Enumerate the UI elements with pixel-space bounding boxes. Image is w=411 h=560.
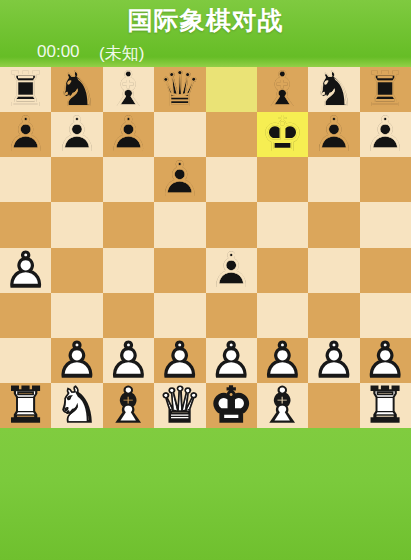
white-pawn: ♟♙	[154, 338, 205, 383]
white-rook: ♜♖	[0, 383, 51, 428]
white-pawn: ♟♙	[257, 338, 308, 383]
square-d5[interactable]	[154, 202, 205, 247]
square-c1[interactable]: ♝♗	[103, 383, 154, 428]
chess-app: 国际象棋对战 00:00 (未知) ♜♖♞♘♝♗♛♕♝♗♞♘♜♖♟♙♟♙♟♙♚♔…	[0, 0, 411, 560]
square-f2[interactable]: ♟♙	[257, 338, 308, 383]
square-h3[interactable]	[360, 293, 411, 338]
square-a5[interactable]	[0, 202, 51, 247]
white-bishop: ♝♗	[103, 383, 154, 428]
square-f5[interactable]	[257, 202, 308, 247]
square-h7[interactable]: ♟♙	[360, 112, 411, 157]
white-knight: ♞♘	[51, 383, 102, 428]
square-d4[interactable]	[154, 248, 205, 293]
square-f4[interactable]	[257, 248, 308, 293]
black-knight: ♞♘	[51, 67, 102, 112]
square-b1[interactable]: ♞♘	[51, 383, 102, 428]
square-f1[interactable]: ♝♗	[257, 383, 308, 428]
square-g3[interactable]	[308, 293, 359, 338]
square-f3[interactable]	[257, 293, 308, 338]
white-rook: ♜♖	[360, 383, 411, 428]
black-rook: ♜♖	[0, 67, 51, 112]
bottom-panel: 00:00 (未知) 新建 49989 N/s (1 s) 0.21	[0, 428, 411, 560]
white-king: ♚♔	[206, 383, 257, 428]
square-d3[interactable]	[154, 293, 205, 338]
black-pawn: ♟♙	[154, 157, 205, 202]
square-e1[interactable]: ♚♔	[206, 383, 257, 428]
square-e7[interactable]	[206, 112, 257, 157]
square-h1[interactable]: ♜♖	[360, 383, 411, 428]
white-pawn: ♟♙	[103, 338, 154, 383]
square-g5[interactable]	[308, 202, 359, 247]
white-pawn: ♟♙	[308, 338, 359, 383]
square-b6[interactable]	[51, 157, 102, 202]
black-bishop: ♝♗	[257, 67, 308, 112]
black-bishop: ♝♗	[103, 67, 154, 112]
square-f8[interactable]: ♝♗	[257, 67, 308, 112]
square-b7[interactable]: ♟♙	[51, 112, 102, 157]
black-rook: ♜♖	[360, 67, 411, 112]
black-pawn: ♟♙	[308, 112, 359, 157]
square-a7[interactable]: ♟♙	[0, 112, 51, 157]
square-a8[interactable]: ♜♖	[0, 67, 51, 112]
square-d2[interactable]: ♟♙	[154, 338, 205, 383]
square-h4[interactable]	[360, 248, 411, 293]
white-pawn: ♟♙	[51, 338, 102, 383]
square-c2[interactable]: ♟♙	[103, 338, 154, 383]
square-c3[interactable]	[103, 293, 154, 338]
black-pawn: ♟♙	[206, 248, 257, 293]
header: 国际象棋对战 00:00 (未知)	[0, 0, 411, 67]
black-pawn: ♟♙	[103, 112, 154, 157]
app-title: 国际象棋对战	[0, 4, 411, 37]
square-a4[interactable]: ♟♙	[0, 248, 51, 293]
square-a2[interactable]	[0, 338, 51, 383]
black-queen: ♛♕	[154, 67, 205, 112]
square-d6[interactable]: ♟♙	[154, 157, 205, 202]
square-c4[interactable]	[103, 248, 154, 293]
square-b8[interactable]: ♞♘	[51, 67, 102, 112]
white-pawn: ♟♙	[360, 338, 411, 383]
square-e4[interactable]: ♟♙	[206, 248, 257, 293]
square-b2[interactable]: ♟♙	[51, 338, 102, 383]
square-c5[interactable]	[103, 202, 154, 247]
top-player-status: (未知)	[99, 42, 144, 65]
square-d7[interactable]	[154, 112, 205, 157]
square-g7[interactable]: ♟♙	[308, 112, 359, 157]
black-pawn: ♟♙	[360, 112, 411, 157]
square-c8[interactable]: ♝♗	[103, 67, 154, 112]
white-bishop: ♝♗	[257, 383, 308, 428]
square-c7[interactable]: ♟♙	[103, 112, 154, 157]
white-pawn: ♟♙	[0, 248, 51, 293]
square-g8[interactable]: ♞♘	[308, 67, 359, 112]
square-f7[interactable]: ♚♔	[257, 112, 308, 157]
square-f6[interactable]	[257, 157, 308, 202]
black-knight: ♞♘	[308, 67, 359, 112]
square-e5[interactable]	[206, 202, 257, 247]
white-queen: ♛♕	[154, 383, 205, 428]
top-player-clock: 00:00	[37, 42, 80, 62]
square-e3[interactable]	[206, 293, 257, 338]
black-pawn: ♟♙	[51, 112, 102, 157]
square-b4[interactable]	[51, 248, 102, 293]
square-g1[interactable]	[308, 383, 359, 428]
square-d8[interactable]: ♛♕	[154, 67, 205, 112]
square-b3[interactable]	[51, 293, 102, 338]
black-pawn: ♟♙	[0, 112, 51, 157]
square-c6[interactable]	[103, 157, 154, 202]
square-h8[interactable]: ♜♖	[360, 67, 411, 112]
square-a1[interactable]: ♜♖	[0, 383, 51, 428]
square-d1[interactable]: ♛♕	[154, 383, 205, 428]
square-h6[interactable]	[360, 157, 411, 202]
square-h2[interactable]: ♟♙	[360, 338, 411, 383]
square-e6[interactable]	[206, 157, 257, 202]
square-g2[interactable]: ♟♙	[308, 338, 359, 383]
square-g6[interactable]	[308, 157, 359, 202]
square-g4[interactable]	[308, 248, 359, 293]
white-pawn: ♟♙	[206, 338, 257, 383]
square-a6[interactable]	[0, 157, 51, 202]
square-e8[interactable]	[206, 67, 257, 112]
chess-board[interactable]: ♜♖♞♘♝♗♛♕♝♗♞♘♜♖♟♙♟♙♟♙♚♔♟♙♟♙♟♙♟♙♟♙♟♙♟♙♟♙♟♙…	[0, 67, 411, 428]
square-b5[interactable]	[51, 202, 102, 247]
square-a3[interactable]	[0, 293, 51, 338]
square-h5[interactable]	[360, 202, 411, 247]
black-king: ♚♔	[257, 112, 308, 157]
square-e2[interactable]: ♟♙	[206, 338, 257, 383]
